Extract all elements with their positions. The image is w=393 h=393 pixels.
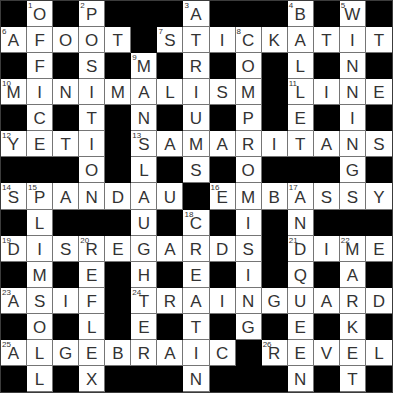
letter: O <box>242 58 255 78</box>
cell-r7c11[interactable]: 17A <box>288 183 314 209</box>
cell-r14c7[interactable]: N <box>183 366 209 392</box>
letter: L <box>35 345 44 365</box>
letter: S <box>34 293 45 313</box>
cell-r4c5[interactable]: N <box>131 105 157 131</box>
block-r4c6 <box>157 105 183 131</box>
cell-r11c2[interactable]: I <box>53 288 79 314</box>
cell-r11c1[interactable]: S <box>27 288 53 314</box>
letter: R <box>164 293 176 313</box>
cell-r1c2[interactable]: O <box>53 27 79 53</box>
cell-r10c1[interactable]: M <box>27 262 53 288</box>
cell-r5c11[interactable]: T <box>288 131 314 157</box>
letter: G <box>137 241 150 261</box>
cell-r11c9[interactable]: N <box>236 288 262 314</box>
block-r2c0 <box>1 53 27 79</box>
block-r1c5 <box>131 27 157 53</box>
cell-r10c7[interactable]: E <box>183 262 209 288</box>
block-r2c12 <box>314 53 340 79</box>
cell-r0c11[interactable]: 4B <box>288 1 314 27</box>
cell-r3c13[interactable]: N <box>340 79 366 105</box>
block-r6c10 <box>262 157 288 183</box>
cell-r9c14[interactable]: E <box>366 236 392 262</box>
cell-r9c0[interactable]: 19D <box>1 236 27 262</box>
cell-r2c13[interactable]: N <box>340 53 366 79</box>
clue-number: 1 <box>28 1 32 10</box>
cell-r6c3[interactable]: O <box>79 157 105 183</box>
letter: L <box>165 84 174 104</box>
cell-r1c12[interactable]: T <box>314 27 340 53</box>
cell-r4c7[interactable]: U <box>183 105 209 131</box>
letter: M <box>111 84 125 104</box>
letter: C <box>216 345 228 365</box>
cell-r13c8[interactable]: C <box>210 340 236 366</box>
block-r0c10 <box>262 1 288 27</box>
letter: M <box>241 189 255 209</box>
letter: I <box>220 32 225 52</box>
cell-r11c13[interactable]: R <box>340 288 366 314</box>
cell-r13c5[interactable]: R <box>131 340 157 366</box>
letter: E <box>373 84 384 104</box>
cell-r5c7[interactable]: M <box>183 131 209 157</box>
cell-r11c8[interactable]: I <box>210 288 236 314</box>
letter: L <box>139 162 148 182</box>
cell-r8c9[interactable]: I <box>236 210 262 236</box>
cell-r2c1[interactable]: F <box>27 53 53 79</box>
cell-r1c8[interactable]: I <box>210 27 236 53</box>
block-r4c2 <box>53 105 79 131</box>
cell-r3c4[interactable]: M <box>105 79 131 105</box>
cell-r3c1[interactable]: I <box>27 79 53 105</box>
letter: M <box>33 267 47 287</box>
clue-number: 17 <box>289 183 298 192</box>
letter: A <box>295 32 306 52</box>
cell-r4c9[interactable]: P <box>236 105 262 131</box>
block-r14c14 <box>366 366 392 392</box>
clue-number: 20 <box>80 236 89 245</box>
cell-r13c6[interactable]: A <box>157 340 183 366</box>
cell-r9c3[interactable]: 20R <box>79 236 105 262</box>
letter: S <box>373 136 384 156</box>
cell-r11c11[interactable]: U <box>288 288 314 314</box>
block-r14c12 <box>314 366 340 392</box>
cell-r2c11[interactable]: L <box>288 53 314 79</box>
cell-r13c10[interactable]: 26R <box>262 340 288 366</box>
letter: R <box>346 293 358 313</box>
clue-number: 24 <box>132 288 141 297</box>
cell-r1c4[interactable]: T <box>105 27 131 53</box>
cell-r9c13[interactable]: 22M <box>340 236 366 262</box>
cell-r13c11[interactable]: E <box>288 340 314 366</box>
cell-r10c9[interactable]: I <box>236 262 262 288</box>
block-r6c1 <box>27 157 53 183</box>
letter: N <box>294 371 306 391</box>
cell-r3c9[interactable]: M <box>236 79 262 105</box>
letter: S <box>242 241 253 261</box>
clue-number: 6 <box>2 27 6 36</box>
letter: E <box>295 110 306 130</box>
cell-r4c13[interactable]: I <box>340 105 366 131</box>
cell-r3c14[interactable]: E <box>366 79 392 105</box>
cell-r4c1[interactable]: C <box>27 105 53 131</box>
cell-r5c10[interactable]: I <box>262 131 288 157</box>
cell-r7c2[interactable]: A <box>53 183 79 209</box>
cell-r13c2[interactable]: G <box>53 340 79 366</box>
cell-r1c10[interactable]: K <box>262 27 288 53</box>
cell-r1c13[interactable]: I <box>340 27 366 53</box>
cell-r3c2[interactable]: N <box>53 79 79 105</box>
letter: I <box>194 345 199 365</box>
cell-r7c1[interactable]: 15P <box>27 183 53 209</box>
letter: S <box>347 189 358 209</box>
block-r10c10 <box>262 262 288 288</box>
letter: F <box>34 58 44 78</box>
block-r12c14 <box>366 314 392 340</box>
letter: L <box>87 319 96 339</box>
letter: I <box>194 84 199 104</box>
clue-number: 19 <box>2 236 11 245</box>
clue-number: 25 <box>2 340 11 349</box>
clue-number: 22 <box>341 236 350 245</box>
letter: K <box>347 319 358 339</box>
block-r12c12 <box>314 314 340 340</box>
block-r2c4 <box>105 53 131 79</box>
letter: D <box>216 241 228 261</box>
cell-r10c3[interactable]: E <box>79 262 105 288</box>
letter: A <box>138 189 149 209</box>
block-r2c6 <box>157 53 183 79</box>
cell-r12c3[interactable]: L <box>79 314 105 340</box>
clue-number: 7 <box>158 27 162 36</box>
block-r2c10 <box>262 53 288 79</box>
letter: D <box>373 293 385 313</box>
letter: O <box>85 162 98 182</box>
letter: M <box>189 136 203 156</box>
cell-r3c8[interactable]: S <box>210 79 236 105</box>
cell-r11c14[interactable]: D <box>366 288 392 314</box>
cell-r10c13[interactable]: A <box>340 262 366 288</box>
letter: N <box>346 84 358 104</box>
cell-r11c10[interactable]: G <box>262 288 288 314</box>
cell-r12c5[interactable]: E <box>131 314 157 340</box>
letter: G <box>59 345 72 365</box>
letter: L <box>35 371 44 391</box>
block-r9c10 <box>262 236 288 262</box>
block-r12c6 <box>157 314 183 340</box>
block-r0c8 <box>210 1 236 27</box>
cell-r13c0[interactable]: 25A <box>1 340 27 366</box>
cell-r1c6[interactable]: 7S <box>157 27 183 53</box>
cell-r6c9[interactable]: O <box>236 157 262 183</box>
letter: O <box>242 162 255 182</box>
clue-number: 12 <box>2 131 11 140</box>
cell-r8c11[interactable]: N <box>288 210 314 236</box>
block-r10c0 <box>1 262 27 288</box>
cell-r7c13[interactable]: S <box>340 183 366 209</box>
letter: A <box>164 136 175 156</box>
letter: T <box>191 32 201 52</box>
letter: C <box>33 110 45 130</box>
cell-r13c13[interactable]: E <box>340 340 366 366</box>
cell-r8c5[interactable]: U <box>131 210 157 236</box>
cell-r9c9[interactable]: S <box>236 236 262 262</box>
letter: T <box>113 32 123 52</box>
letter: S <box>86 58 97 78</box>
cell-r4c3[interactable]: T <box>79 105 105 131</box>
letter: R <box>242 136 254 156</box>
cell-r13c7[interactable]: I <box>183 340 209 366</box>
letter: E <box>86 267 97 287</box>
block-r10c2 <box>53 262 79 288</box>
letter: E <box>138 319 149 339</box>
block-r6c6 <box>157 157 183 183</box>
cell-r2c3[interactable]: S <box>79 53 105 79</box>
clue-number: 13 <box>132 131 141 140</box>
cell-r14c1[interactable]: L <box>27 366 53 392</box>
cell-r7c5[interactable]: A <box>131 183 157 209</box>
letter: E <box>190 267 201 287</box>
block-r11c4 <box>105 288 131 314</box>
block-r8c4 <box>105 210 131 236</box>
letter: I <box>324 241 329 261</box>
letter: M <box>241 84 255 104</box>
letter: O <box>33 6 46 26</box>
cell-r10c5[interactable]: H <box>131 262 157 288</box>
cell-r3c12[interactable]: I <box>314 79 340 105</box>
letter: N <box>190 371 202 391</box>
block-r0c0 <box>1 1 27 27</box>
cell-r5c8[interactable]: A <box>210 131 236 157</box>
cell-r13c4[interactable]: B <box>105 340 131 366</box>
cell-r9c8[interactable]: D <box>210 236 236 262</box>
cell-r0c13[interactable]: 5W <box>340 1 366 27</box>
letter: T <box>295 136 305 156</box>
letter: G <box>242 319 255 339</box>
cell-r9c7[interactable]: R <box>183 236 209 262</box>
block-r8c6 <box>157 210 183 236</box>
cell-r9c5[interactable]: G <box>131 236 157 262</box>
cell-r5c3[interactable]: I <box>79 131 105 157</box>
letter: T <box>60 136 70 156</box>
cell-r12c7[interactable]: T <box>183 314 209 340</box>
cell-r3c11[interactable]: 11L <box>288 79 314 105</box>
cell-r7c0[interactable]: 14S <box>1 183 27 209</box>
cell-r13c1[interactable]: L <box>27 340 53 366</box>
cell-r5c1[interactable]: E <box>27 131 53 157</box>
clue-number: 3 <box>184 1 188 10</box>
cell-r5c14[interactable]: S <box>366 131 392 157</box>
cell-r8c1[interactable]: L <box>27 210 53 236</box>
cell-r13c14[interactable]: L <box>366 340 392 366</box>
letter: O <box>33 319 46 339</box>
cell-r12c9[interactable]: G <box>236 314 262 340</box>
block-r14c4 <box>105 366 131 392</box>
cell-r10c11[interactable]: Q <box>288 262 314 288</box>
letter: E <box>373 241 384 261</box>
block-r14c5 <box>131 366 157 392</box>
letter: E <box>112 241 123 261</box>
block-r8c0 <box>1 210 27 236</box>
cell-r1c9[interactable]: 8C <box>236 27 262 53</box>
letter: I <box>246 215 251 235</box>
cell-r7c3[interactable]: N <box>79 183 105 209</box>
cell-r13c12[interactable]: V <box>314 340 340 366</box>
letter: R <box>190 58 202 78</box>
letter: E <box>86 345 97 365</box>
cell-r11c5[interactable]: 24T <box>131 288 157 314</box>
cell-r7c6[interactable]: U <box>157 183 183 209</box>
letter: Y <box>373 189 384 209</box>
cell-r6c7[interactable]: S <box>183 157 209 183</box>
cell-r12c1[interactable]: O <box>27 314 53 340</box>
block-r0c14 <box>366 1 392 27</box>
clue-number: 9 <box>132 53 136 62</box>
block-r14c0 <box>1 366 27 392</box>
cell-r6c5[interactable]: L <box>131 157 157 183</box>
cell-r3c0[interactable]: 10M <box>1 79 27 105</box>
cell-r5c12[interactable]: A <box>314 131 340 157</box>
block-r13c9 <box>236 340 262 366</box>
block-r3c10 <box>262 79 288 105</box>
letter: A <box>321 136 332 156</box>
cell-r0c3[interactable]: 2P <box>79 1 105 27</box>
cell-r9c12[interactable]: I <box>314 236 340 262</box>
cell-r14c3[interactable]: X <box>79 366 105 392</box>
letter: A <box>138 84 149 104</box>
cell-r1c11[interactable]: A <box>288 27 314 53</box>
cell-r13c3[interactable]: E <box>79 340 105 366</box>
letter: B <box>295 6 306 26</box>
letter: I <box>350 110 355 130</box>
cell-r0c1[interactable]: 1O <box>27 1 53 27</box>
cell-r1c0[interactable]: 6A <box>1 27 27 53</box>
clue-number: 21 <box>289 236 298 245</box>
letter: M <box>137 58 151 78</box>
letter: B <box>112 345 123 365</box>
cell-r9c4[interactable]: E <box>105 236 131 262</box>
letter: I <box>89 84 94 104</box>
cell-r7c4[interactable]: D <box>105 183 131 209</box>
cell-r11c0[interactable]: 23A <box>1 288 27 314</box>
block-r14c2 <box>53 366 79 392</box>
cell-r5c6[interactable]: A <box>157 131 183 157</box>
cell-r5c0[interactable]: 12Y <box>1 131 27 157</box>
block-r10c14 <box>366 262 392 288</box>
cell-r9c6[interactable]: A <box>157 236 183 262</box>
letter: L <box>35 215 44 235</box>
cell-r11c12[interactable]: A <box>314 288 340 314</box>
letter: T <box>374 32 384 52</box>
block-r12c0 <box>1 314 27 340</box>
letter: S <box>60 241 71 261</box>
cell-r1c7[interactable]: T <box>183 27 209 53</box>
cell-r14c13[interactable]: T <box>340 366 366 392</box>
cell-r0c7[interactable]: 3A <box>183 1 209 27</box>
cell-r7c8[interactable]: 16E <box>210 183 236 209</box>
block-r8c12 <box>314 210 340 236</box>
cell-r1c3[interactable]: O <box>79 27 105 53</box>
block-r4c14 <box>366 105 392 131</box>
cell-r5c2[interactable]: T <box>53 131 79 157</box>
cell-r7c12[interactable]: S <box>314 183 340 209</box>
cell-r8c7[interactable]: 18C <box>183 210 209 236</box>
block-r2c14 <box>366 53 392 79</box>
cell-r3c7[interactable]: I <box>183 79 209 105</box>
clue-number: 26 <box>263 340 272 349</box>
block-r12c8 <box>210 314 236 340</box>
cell-r3c6[interactable]: L <box>157 79 183 105</box>
cell-r11c7[interactable]: A <box>183 288 209 314</box>
letter: N <box>60 84 72 104</box>
letter: U <box>138 215 150 235</box>
cell-r5c13[interactable]: N <box>340 131 366 157</box>
clue-number: 8 <box>237 27 241 36</box>
block-r14c10 <box>262 366 288 392</box>
block-r12c2 <box>53 314 79 340</box>
cell-r12c13[interactable]: K <box>340 314 366 340</box>
block-r6c8 <box>210 157 236 183</box>
letter: L <box>296 58 305 78</box>
cell-r1c14[interactable]: T <box>366 27 392 53</box>
cell-r11c6[interactable]: R <box>157 288 183 314</box>
letter: F <box>87 293 97 313</box>
block-r8c3 <box>79 210 105 236</box>
cell-r9c1[interactable]: I <box>27 236 53 262</box>
letter: S <box>321 189 332 209</box>
block-r12c4 <box>105 314 131 340</box>
letter: U <box>294 293 306 313</box>
letter: B <box>269 189 280 209</box>
block-r12c10 <box>262 314 288 340</box>
cell-r7c10[interactable]: B <box>262 183 288 209</box>
cell-r14c11[interactable]: N <box>288 366 314 392</box>
clue-number: 10 <box>2 79 11 88</box>
cell-r6c13[interactable]: G <box>340 157 366 183</box>
cell-r5c5[interactable]: 13S <box>131 131 157 157</box>
block-r0c2 <box>53 1 79 27</box>
letter: I <box>63 293 68 313</box>
cell-r9c11[interactable]: 21D <box>288 236 314 262</box>
cell-r5c9[interactable]: R <box>236 131 262 157</box>
letter: L <box>374 345 383 365</box>
cell-r4c11[interactable]: E <box>288 105 314 131</box>
cell-r9c2[interactable]: S <box>53 236 79 262</box>
cell-r1c1[interactable]: F <box>27 27 53 53</box>
cell-r3c3[interactable]: I <box>79 79 105 105</box>
letter: X <box>86 371 97 391</box>
cell-r2c7[interactable]: R <box>183 53 209 79</box>
letter: R <box>190 241 202 261</box>
cell-r12c11[interactable]: E <box>288 314 314 340</box>
block-r0c9 <box>236 1 262 27</box>
cell-r3c5[interactable]: A <box>131 79 157 105</box>
letter: G <box>346 162 359 182</box>
block-r6c14 <box>366 157 392 183</box>
cell-r7c9[interactable]: M <box>236 183 262 209</box>
letter: A <box>347 267 358 287</box>
cell-r11c3[interactable]: F <box>79 288 105 314</box>
block-r4c8 <box>210 105 236 131</box>
letter: P <box>86 6 97 26</box>
block-r4c10 <box>262 105 288 131</box>
cell-r2c9[interactable]: O <box>236 53 262 79</box>
cell-r2c5[interactable]: 9M <box>131 53 157 79</box>
cell-r7c14[interactable]: Y <box>366 183 392 209</box>
letter: A <box>60 189 71 209</box>
block-r8c2 <box>53 210 79 236</box>
block-r7c7 <box>183 183 209 209</box>
letter: A <box>190 6 201 26</box>
block-r14c6 <box>157 366 183 392</box>
